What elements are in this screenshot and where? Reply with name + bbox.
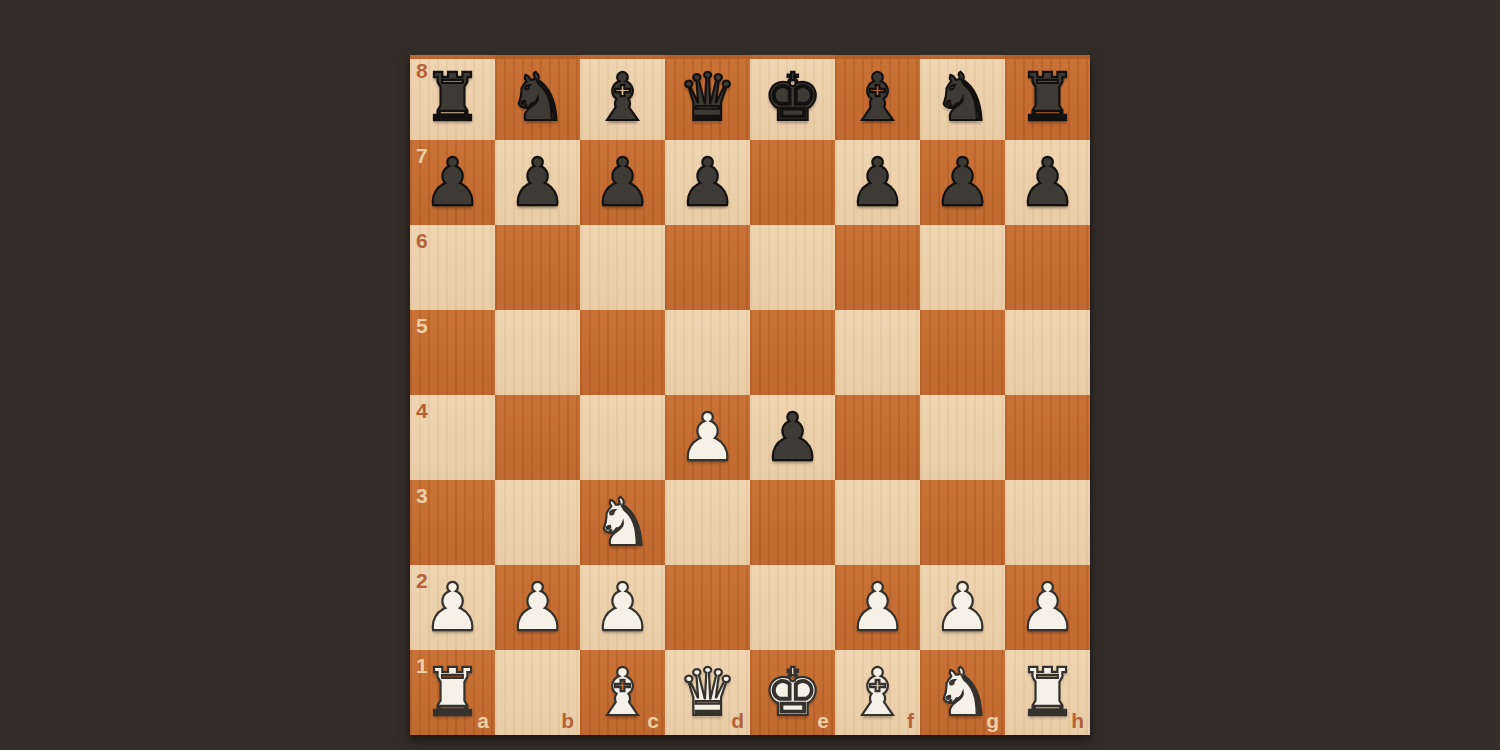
square-c7[interactable]: ♟ [580,140,665,225]
square-f3[interactable] [835,480,920,565]
square-e3[interactable] [750,480,835,565]
square-b1[interactable]: b [495,650,580,735]
page-background: { "game": "chess", "position": { "fen": … [0,0,1500,750]
black-queen[interactable]: ♛ [665,55,750,140]
rank-label-4: 4 [416,400,428,421]
square-e6[interactable] [750,225,835,310]
square-h1[interactable]: h♜ [1005,650,1090,735]
rank-label-1: 1 [416,655,428,676]
square-g6[interactable] [920,225,1005,310]
black-bishop[interactable]: ♝ [835,55,920,140]
square-g2[interactable]: ♟ [920,565,1005,650]
rank-label-2: 2 [416,570,428,591]
white-pawn[interactable]: ♟ [1005,565,1090,650]
white-pawn[interactable]: ♟ [495,565,580,650]
rank-label-7: 7 [416,145,428,166]
square-f4[interactable] [835,395,920,480]
square-b7[interactable]: ♟ [495,140,580,225]
file-label-h: h [1071,710,1084,731]
square-b5[interactable] [495,310,580,395]
square-c2[interactable]: ♟ [580,565,665,650]
square-d2[interactable] [665,565,750,650]
chess-board: 8♜♞♝♛♚♝♞♜7♟♟♟♟♟♟♟654♟♟3♞2♟♟♟♟♟♟1a♜bc♝d♛e… [410,55,1090,735]
white-knight[interactable]: ♞ [580,480,665,565]
square-g1[interactable]: g♞ [920,650,1005,735]
square-a2[interactable]: 2♟ [410,565,495,650]
black-pawn[interactable]: ♟ [835,140,920,225]
black-pawn[interactable]: ♟ [750,395,835,480]
file-label-c: c [647,710,659,731]
black-pawn[interactable]: ♟ [665,140,750,225]
black-king[interactable]: ♚ [750,55,835,140]
file-label-a: a [477,710,489,731]
square-h3[interactable] [1005,480,1090,565]
square-c1[interactable]: c♝ [580,650,665,735]
square-g4[interactable] [920,395,1005,480]
square-b2[interactable]: ♟ [495,565,580,650]
square-d4[interactable]: ♟ [665,395,750,480]
square-d1[interactable]: d♛ [665,650,750,735]
square-a4[interactable]: 4 [410,395,495,480]
black-pawn[interactable]: ♟ [920,140,1005,225]
file-label-d: d [731,710,744,731]
square-g3[interactable] [920,480,1005,565]
square-h2[interactable]: ♟ [1005,565,1090,650]
square-f5[interactable] [835,310,920,395]
rank-label-3: 3 [416,485,428,506]
square-a6[interactable]: 6 [410,225,495,310]
black-knight[interactable]: ♞ [495,55,580,140]
black-pawn[interactable]: ♟ [1005,140,1090,225]
file-label-e: e [817,710,829,731]
square-e2[interactable] [750,565,835,650]
white-pawn[interactable]: ♟ [835,565,920,650]
square-b6[interactable] [495,225,580,310]
square-c3[interactable]: ♞ [580,480,665,565]
black-pawn[interactable]: ♟ [495,140,580,225]
square-g7[interactable]: ♟ [920,140,1005,225]
square-a1[interactable]: 1a♜ [410,650,495,735]
file-label-b: b [561,710,574,731]
file-label-f: f [907,710,914,731]
square-h6[interactable] [1005,225,1090,310]
square-b3[interactable] [495,480,580,565]
square-f1[interactable]: f♝ [835,650,920,735]
square-a5[interactable]: 5 [410,310,495,395]
square-f6[interactable] [835,225,920,310]
square-e8[interactable]: ♚ [750,55,835,140]
white-pawn[interactable]: ♟ [920,565,1005,650]
square-a3[interactable]: 3 [410,480,495,565]
square-d6[interactable] [665,225,750,310]
square-d5[interactable] [665,310,750,395]
white-pawn[interactable]: ♟ [580,565,665,650]
rank-label-6: 6 [416,230,428,251]
square-f7[interactable]: ♟ [835,140,920,225]
square-h8[interactable]: ♜ [1005,55,1090,140]
square-g8[interactable]: ♞ [920,55,1005,140]
square-d8[interactable]: ♛ [665,55,750,140]
black-bishop[interactable]: ♝ [580,55,665,140]
square-a8[interactable]: 8♜ [410,55,495,140]
square-d3[interactable] [665,480,750,565]
square-h5[interactable] [1005,310,1090,395]
square-e5[interactable] [750,310,835,395]
square-c4[interactable] [580,395,665,480]
square-e7[interactable] [750,140,835,225]
square-g5[interactable] [920,310,1005,395]
square-d7[interactable]: ♟ [665,140,750,225]
square-h7[interactable]: ♟ [1005,140,1090,225]
square-b4[interactable] [495,395,580,480]
black-knight[interactable]: ♞ [920,55,1005,140]
square-c6[interactable] [580,225,665,310]
square-h4[interactable] [1005,395,1090,480]
black-rook[interactable]: ♜ [1005,55,1090,140]
file-label-g: g [986,710,999,731]
square-b8[interactable]: ♞ [495,55,580,140]
square-f8[interactable]: ♝ [835,55,920,140]
black-pawn[interactable]: ♟ [580,140,665,225]
square-f2[interactable]: ♟ [835,565,920,650]
white-pawn[interactable]: ♟ [665,395,750,480]
rank-label-5: 5 [416,315,428,336]
square-c8[interactable]: ♝ [580,55,665,140]
square-a7[interactable]: 7♟ [410,140,495,225]
rank-label-8: 8 [416,60,428,81]
square-c5[interactable] [580,310,665,395]
square-e4[interactable]: ♟ [750,395,835,480]
square-e1[interactable]: e♚ [750,650,835,735]
